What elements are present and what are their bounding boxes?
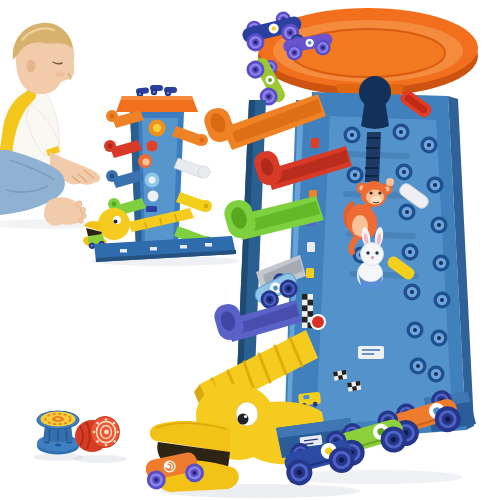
keyhole-opening [359,76,391,129]
spool-wheel-blue [37,411,79,455]
baby-figure [0,23,100,226]
climbing-rack [365,132,381,182]
product-photo-canvas [0,0,500,500]
duck-eye [236,402,258,426]
inset-top-cars [136,85,177,97]
baby-ear [27,60,36,73]
spool-wheel-red [75,417,120,453]
duck-launcher [143,377,276,492]
product-photo [0,0,500,500]
